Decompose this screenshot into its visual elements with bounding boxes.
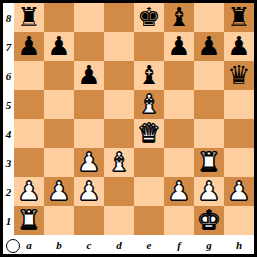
piece-white-queen[interactable]: ♛ [137,120,160,146]
piece-white-pawn[interactable]: ♟ [167,178,190,204]
square-e3[interactable] [134,148,164,177]
piece-black-pawn[interactable]: ♟ [77,62,100,88]
square-g1[interactable]: ♚ [194,206,224,235]
square-a5[interactable] [14,90,44,119]
file-label-g: g [194,235,224,254]
square-a8[interactable]: ♜ [14,3,44,32]
chess-board[interactable]: ♜♚♝♜♟♟♟♟♟♟♝♛♝♛♟♝♜♟♟♟♟♟♟♜♚ [14,3,254,235]
square-g4[interactable] [194,119,224,148]
square-d4[interactable] [104,119,134,148]
piece-black-rook[interactable]: ♜ [227,4,250,30]
square-g8[interactable] [194,3,224,32]
square-g7[interactable]: ♟ [194,32,224,61]
piece-black-pawn[interactable]: ♟ [47,33,70,59]
square-f7[interactable]: ♟ [164,32,194,61]
square-a6[interactable] [14,61,44,90]
square-c3[interactable]: ♟ [74,148,104,177]
file-label-b: b [44,235,74,254]
square-f4[interactable] [164,119,194,148]
file-label-f: f [164,235,194,254]
square-e2[interactable] [134,177,164,206]
square-b6[interactable] [44,61,74,90]
file-label-d: d [104,235,134,254]
square-h1[interactable] [224,206,254,235]
rank-label-6: 6 [3,61,14,90]
square-h4[interactable] [224,119,254,148]
square-g5[interactable] [194,90,224,119]
square-b4[interactable] [44,119,74,148]
piece-white-pawn[interactable]: ♟ [227,178,250,204]
piece-black-pawn[interactable]: ♟ [17,33,40,59]
square-g3[interactable]: ♜ [194,148,224,177]
piece-white-king[interactable]: ♚ [197,207,220,233]
square-d2[interactable] [104,177,134,206]
square-b7[interactable]: ♟ [44,32,74,61]
square-c2[interactable]: ♟ [74,177,104,206]
square-a7[interactable]: ♟ [14,32,44,61]
square-b2[interactable]: ♟ [44,177,74,206]
square-b5[interactable] [44,90,74,119]
square-e1[interactable] [134,206,164,235]
square-c7[interactable] [74,32,104,61]
square-c6[interactable]: ♟ [74,61,104,90]
piece-white-rook[interactable]: ♜ [197,149,220,175]
square-c8[interactable] [74,3,104,32]
rank-label-4: 4 [3,119,14,148]
square-a1[interactable]: ♜ [14,206,44,235]
square-h5[interactable] [224,90,254,119]
square-h3[interactable] [224,148,254,177]
file-labels: abcdefgh [14,235,254,254]
piece-black-king[interactable]: ♚ [137,4,160,30]
rank-label-5: 5 [3,90,14,119]
square-d5[interactable] [104,90,134,119]
square-e4[interactable]: ♛ [134,119,164,148]
square-h7[interactable]: ♟ [224,32,254,61]
piece-black-pawn[interactable]: ♟ [167,33,190,59]
square-h2[interactable]: ♟ [224,177,254,206]
piece-white-pawn[interactable]: ♟ [17,178,40,204]
square-d1[interactable] [104,206,134,235]
square-a3[interactable] [14,148,44,177]
square-f2[interactable]: ♟ [164,177,194,206]
rank-label-8: 8 [3,3,14,32]
piece-white-pawn[interactable]: ♟ [77,149,100,175]
square-e5[interactable]: ♝ [134,90,164,119]
square-h8[interactable]: ♜ [224,3,254,32]
square-c5[interactable] [74,90,104,119]
rank-label-1: 1 [3,206,14,235]
piece-white-pawn[interactable]: ♟ [77,178,100,204]
piece-black-pawn[interactable]: ♟ [227,33,250,59]
rank-labels: 87654321 [3,3,14,235]
rank-label-2: 2 [3,177,14,206]
square-c4[interactable] [74,119,104,148]
rank-label-7: 7 [3,32,14,61]
piece-white-bishop[interactable]: ♝ [137,91,160,117]
file-label-e: e [134,235,164,254]
square-d7[interactable] [104,32,134,61]
piece-black-bishop[interactable]: ♝ [137,62,160,88]
piece-black-queen[interactable]: ♛ [227,62,250,88]
square-d8[interactable] [104,3,134,32]
square-a4[interactable] [14,119,44,148]
square-b8[interactable] [44,3,74,32]
square-h6[interactable]: ♛ [224,61,254,90]
file-label-h: h [224,235,254,254]
piece-white-pawn[interactable]: ♟ [197,178,220,204]
square-f3[interactable] [164,148,194,177]
piece-black-bishop[interactable]: ♝ [167,4,190,30]
piece-white-bishop[interactable]: ♝ [107,149,130,175]
square-g6[interactable] [194,61,224,90]
piece-black-pawn[interactable]: ♟ [197,33,220,59]
square-a2[interactable]: ♟ [14,177,44,206]
square-e7[interactable] [134,32,164,61]
piece-black-rook[interactable]: ♜ [17,4,40,30]
square-g2[interactable]: ♟ [194,177,224,206]
square-e8[interactable]: ♚ [134,3,164,32]
piece-white-pawn[interactable]: ♟ [47,178,70,204]
square-b3[interactable] [44,148,74,177]
piece-white-rook[interactable]: ♜ [17,207,40,233]
square-f6[interactable] [164,61,194,90]
square-b1[interactable] [44,206,74,235]
white-to-move-indicator [6,239,20,253]
square-f8[interactable]: ♝ [164,3,194,32]
square-f1[interactable] [164,206,194,235]
chess-diagram: 87654321 ♜♚♝♜♟♟♟♟♟♟♝♛♝♛♟♝♜♟♟♟♟♟♟♜♚ abcde… [0,0,257,257]
rank-label-3: 3 [3,148,14,177]
square-d3[interactable]: ♝ [104,148,134,177]
square-d6[interactable] [104,61,134,90]
square-e6[interactable]: ♝ [134,61,164,90]
square-c1[interactable] [74,206,104,235]
file-label-c: c [74,235,104,254]
square-f5[interactable] [164,90,194,119]
